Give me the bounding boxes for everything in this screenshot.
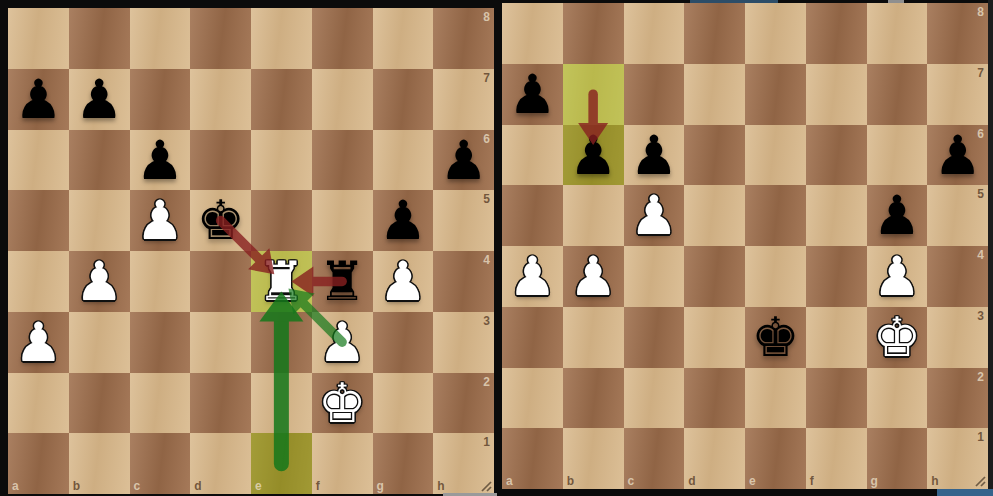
coord-rank-8: 8 bbox=[977, 6, 984, 18]
coord-rank-3: 3 bbox=[977, 310, 984, 322]
square-a1[interactable]: a bbox=[8, 433, 69, 494]
top-edge-gray-fragment bbox=[888, 0, 904, 3]
coord-file-b: b bbox=[73, 480, 80, 492]
white-pawn-f3[interactable]: ♟ bbox=[312, 312, 373, 373]
square-a6[interactable] bbox=[502, 125, 563, 186]
square-g7[interactable] bbox=[867, 64, 928, 125]
square-c3[interactable] bbox=[624, 307, 685, 368]
square-f1[interactable]: f bbox=[806, 428, 867, 489]
square-c4[interactable] bbox=[130, 251, 191, 312]
square-d5[interactable] bbox=[684, 185, 745, 246]
white-pawn-c5[interactable]: ♟ bbox=[130, 190, 191, 251]
square-g8[interactable] bbox=[867, 3, 928, 64]
coord-rank-1: 1 bbox=[483, 436, 490, 448]
square-e4[interactable] bbox=[745, 246, 806, 307]
white-pawn-b4[interactable]: ♟ bbox=[69, 251, 130, 312]
square-g6[interactable] bbox=[867, 125, 928, 186]
square-g7[interactable] bbox=[373, 69, 434, 130]
square-h3[interactable]: 3 bbox=[433, 312, 494, 373]
square-g6[interactable] bbox=[373, 130, 434, 191]
square-h5[interactable]: 5 bbox=[433, 190, 494, 251]
coord-rank-5: 5 bbox=[977, 188, 984, 200]
square-h3[interactable]: 3 bbox=[927, 307, 988, 368]
square-d6[interactable] bbox=[190, 130, 251, 191]
top-edge-blue-fragment bbox=[690, 0, 778, 3]
square-a2[interactable] bbox=[502, 368, 563, 429]
black-pawn-b6[interactable]: ♟ bbox=[563, 125, 624, 186]
white-pawn-g4[interactable]: ♟ bbox=[373, 251, 434, 312]
square-b8[interactable] bbox=[69, 8, 130, 69]
square-h8[interactable]: 8 bbox=[927, 3, 988, 64]
black-pawn-h6[interactable]: ♟ bbox=[927, 125, 988, 186]
square-a5[interactable] bbox=[8, 190, 69, 251]
square-f1[interactable]: f bbox=[312, 433, 373, 494]
square-h7[interactable]: 7 bbox=[927, 64, 988, 125]
black-pawn-c6[interactable]: ♟ bbox=[130, 130, 191, 191]
square-a1[interactable]: a bbox=[502, 428, 563, 489]
coord-file-d: d bbox=[194, 480, 201, 492]
square-a5[interactable] bbox=[502, 185, 563, 246]
white-king-g3[interactable]: ♚ bbox=[867, 307, 928, 368]
square-g1[interactable]: g bbox=[867, 428, 928, 489]
square-f8[interactable] bbox=[312, 8, 373, 69]
square-c2[interactable] bbox=[624, 368, 685, 429]
square-b5[interactable] bbox=[563, 185, 624, 246]
square-h2[interactable]: 2 bbox=[927, 368, 988, 429]
square-f7[interactable] bbox=[312, 69, 373, 130]
square-h8[interactable]: 8 bbox=[433, 8, 494, 69]
white-pawn-c5[interactable]: ♟ bbox=[624, 185, 685, 246]
square-d2[interactable] bbox=[190, 373, 251, 434]
square-f8[interactable] bbox=[806, 3, 867, 64]
square-b3[interactable] bbox=[563, 307, 624, 368]
square-b3[interactable] bbox=[69, 312, 130, 373]
coord-rank-2: 2 bbox=[483, 376, 490, 388]
square-e3[interactable] bbox=[251, 312, 312, 373]
square-b6[interactable] bbox=[69, 130, 130, 191]
square-c4[interactable] bbox=[624, 246, 685, 307]
square-d3[interactable] bbox=[684, 307, 745, 368]
square-f5[interactable] bbox=[806, 185, 867, 246]
coord-file-d: d bbox=[688, 475, 695, 487]
square-f7[interactable] bbox=[806, 64, 867, 125]
square-g8[interactable] bbox=[373, 8, 434, 69]
square-d4[interactable] bbox=[684, 246, 745, 307]
square-c7[interactable] bbox=[624, 64, 685, 125]
square-b2[interactable] bbox=[69, 373, 130, 434]
square-d1[interactable]: d bbox=[684, 428, 745, 489]
square-e1[interactable]: e bbox=[745, 428, 806, 489]
board-resize-handle[interactable] bbox=[972, 473, 986, 487]
square-f5[interactable] bbox=[312, 190, 373, 251]
black-pawn-a7[interactable]: ♟ bbox=[8, 69, 69, 130]
square-c8[interactable] bbox=[130, 8, 191, 69]
square-f6[interactable] bbox=[312, 130, 373, 191]
white-pawn-a3[interactable]: ♟ bbox=[8, 312, 69, 373]
black-pawn-g5[interactable]: ♟ bbox=[373, 190, 434, 251]
square-h4[interactable]: 4 bbox=[433, 251, 494, 312]
coord-file-h: h bbox=[437, 480, 444, 492]
square-b5[interactable] bbox=[69, 190, 130, 251]
coord-file-c: c bbox=[628, 475, 635, 487]
coord-rank-8: 8 bbox=[483, 11, 490, 23]
coord-file-c: c bbox=[134, 480, 141, 492]
square-b1[interactable]: b bbox=[563, 428, 624, 489]
coord-file-f: f bbox=[810, 475, 814, 487]
black-pawn-g5[interactable]: ♟ bbox=[867, 185, 928, 246]
square-g2[interactable] bbox=[373, 373, 434, 434]
square-d8[interactable] bbox=[684, 3, 745, 64]
square-f4[interactable] bbox=[806, 246, 867, 307]
lastmove-highlight-e1 bbox=[251, 433, 312, 494]
square-e7[interactable] bbox=[745, 64, 806, 125]
coord-rank-7: 7 bbox=[483, 72, 490, 84]
square-e2[interactable] bbox=[745, 368, 806, 429]
coord-file-g: g bbox=[377, 480, 384, 492]
coord-rank-5: 5 bbox=[483, 193, 490, 205]
square-e6[interactable] bbox=[251, 130, 312, 191]
square-h5[interactable]: 5 bbox=[927, 185, 988, 246]
square-h2[interactable]: 2 bbox=[433, 373, 494, 434]
coord-file-a: a bbox=[506, 475, 513, 487]
square-a6[interactable] bbox=[8, 130, 69, 191]
chessboard-left: 8765432abcdefg1h♟♟♟♟♟♚♟♟♜♜♟♟♟♚ bbox=[8, 8, 494, 494]
coord-file-a: a bbox=[12, 480, 19, 492]
black-king-d5[interactable]: ♚ bbox=[190, 190, 251, 251]
square-a8[interactable] bbox=[502, 3, 563, 64]
square-a8[interactable] bbox=[8, 8, 69, 69]
screenshot-root: 8765432abcdefg1h♟♟♟♟♟♚♟♟♜♜♟♟♟♚ 8765432ab… bbox=[0, 0, 993, 496]
coord-file-f: f bbox=[316, 480, 320, 492]
board-resize-handle[interactable] bbox=[478, 478, 492, 492]
white-pawn-g4[interactable]: ♟ bbox=[867, 246, 928, 307]
square-d8[interactable] bbox=[190, 8, 251, 69]
square-b1[interactable]: b bbox=[69, 433, 130, 494]
black-pawn-b7[interactable]: ♟ bbox=[69, 69, 130, 130]
bottom-edge-blue-bar bbox=[937, 489, 993, 496]
square-e2[interactable] bbox=[251, 373, 312, 434]
chessboard-right: 8765432abcdefg1h♟♟♟♟♟♟♟♟♟♚♚ bbox=[502, 3, 988, 489]
right-edge-strip bbox=[988, 0, 993, 496]
square-c2[interactable] bbox=[130, 373, 191, 434]
black-pawn-a7[interactable]: ♟ bbox=[502, 64, 563, 125]
square-g3[interactable] bbox=[373, 312, 434, 373]
square-c3[interactable] bbox=[130, 312, 191, 373]
square-d3[interactable] bbox=[190, 312, 251, 373]
square-e6[interactable] bbox=[745, 125, 806, 186]
white-rook-e4[interactable]: ♜ bbox=[251, 251, 312, 312]
black-pawn-h6[interactable]: ♟ bbox=[433, 130, 494, 191]
square-e8[interactable] bbox=[251, 8, 312, 69]
square-g2[interactable] bbox=[867, 368, 928, 429]
black-king-e3[interactable]: ♚ bbox=[745, 307, 806, 368]
coord-rank-1: 1 bbox=[977, 431, 984, 443]
square-c7[interactable] bbox=[130, 69, 191, 130]
square-d7[interactable] bbox=[684, 64, 745, 125]
white-king-f2[interactable]: ♚ bbox=[312, 373, 373, 434]
coord-rank-4: 4 bbox=[483, 254, 490, 266]
square-d7[interactable] bbox=[190, 69, 251, 130]
coord-file-h: h bbox=[931, 475, 938, 487]
square-d1[interactable]: d bbox=[190, 433, 251, 494]
square-f2[interactable] bbox=[806, 368, 867, 429]
coord-file-b: b bbox=[567, 475, 574, 487]
square-f6[interactable] bbox=[806, 125, 867, 186]
square-f3[interactable] bbox=[806, 307, 867, 368]
black-pawn-c6[interactable]: ♟ bbox=[624, 125, 685, 186]
square-a2[interactable] bbox=[8, 373, 69, 434]
coord-rank-3: 3 bbox=[483, 315, 490, 327]
square-e5[interactable] bbox=[745, 185, 806, 246]
coord-rank-7: 7 bbox=[977, 67, 984, 79]
white-pawn-a4[interactable]: ♟ bbox=[502, 246, 563, 307]
black-rook-f4[interactable]: ♜ bbox=[312, 251, 373, 312]
square-g1[interactable]: g bbox=[373, 433, 434, 494]
square-a4[interactable] bbox=[8, 251, 69, 312]
coord-rank-2: 2 bbox=[977, 371, 984, 383]
square-b2[interactable] bbox=[563, 368, 624, 429]
square-h4[interactable]: 4 bbox=[927, 246, 988, 307]
square-a3[interactable] bbox=[502, 307, 563, 368]
coord-rank-4: 4 bbox=[977, 249, 984, 261]
square-e8[interactable] bbox=[745, 3, 806, 64]
square-d4[interactable] bbox=[190, 251, 251, 312]
square-d2[interactable] bbox=[684, 368, 745, 429]
square-c1[interactable]: c bbox=[624, 428, 685, 489]
white-pawn-b4[interactable]: ♟ bbox=[563, 246, 624, 307]
square-b8[interactable] bbox=[563, 3, 624, 64]
square-c1[interactable]: c bbox=[130, 433, 191, 494]
coord-file-e: e bbox=[749, 475, 756, 487]
square-d6[interactable] bbox=[684, 125, 745, 186]
lastmove-highlight-b7 bbox=[563, 64, 624, 125]
coord-file-g: g bbox=[871, 475, 878, 487]
square-h7[interactable]: 7 bbox=[433, 69, 494, 130]
square-e7[interactable] bbox=[251, 69, 312, 130]
square-c8[interactable] bbox=[624, 3, 685, 64]
square-e5[interactable] bbox=[251, 190, 312, 251]
